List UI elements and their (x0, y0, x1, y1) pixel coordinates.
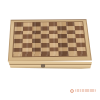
board-squares (13, 22, 86, 57)
square (13, 52, 22, 57)
square (22, 52, 31, 57)
board-shadow (9, 67, 91, 69)
square (77, 51, 87, 56)
chessboard (8, 19, 92, 61)
square (59, 51, 68, 56)
logo-circle-icon (70, 89, 74, 93)
square (41, 52, 50, 57)
board-frame (8, 19, 92, 61)
shop-logo-watermark (70, 87, 98, 94)
square (50, 51, 59, 56)
product-photo (0, 0, 100, 100)
square (68, 51, 77, 56)
square (32, 52, 41, 57)
watermark-text (75, 89, 96, 92)
